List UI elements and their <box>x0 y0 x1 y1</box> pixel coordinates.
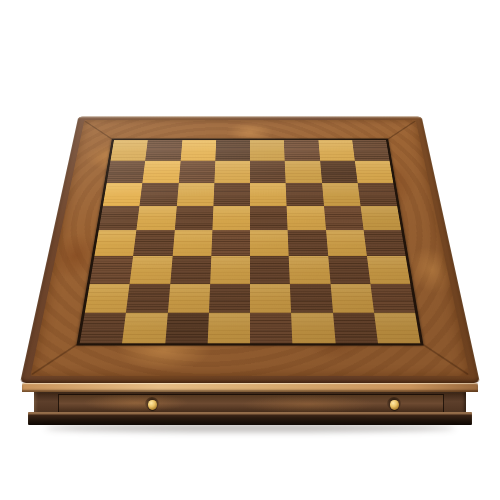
square-f5[interactable] <box>287 206 326 230</box>
square-d4[interactable] <box>211 230 250 256</box>
square-c1[interactable] <box>165 312 209 343</box>
square-e8[interactable] <box>250 140 285 161</box>
drawer-knob-left[interactable] <box>148 400 157 410</box>
square-h2[interactable] <box>370 283 415 312</box>
board-lid <box>20 116 480 383</box>
drawer-knob-right[interactable] <box>390 400 399 410</box>
square-g1[interactable] <box>333 312 378 343</box>
square-b8[interactable] <box>145 140 182 161</box>
miter-seam-top-right <box>384 121 416 142</box>
square-c5[interactable] <box>174 206 213 230</box>
square-g3[interactable] <box>328 256 370 283</box>
square-d5[interactable] <box>212 206 250 230</box>
burl-frame <box>30 120 469 376</box>
square-d8[interactable] <box>215 140 250 161</box>
square-c3[interactable] <box>170 256 211 283</box>
square-c7[interactable] <box>178 161 215 183</box>
square-g5[interactable] <box>324 206 364 230</box>
square-d2[interactable] <box>209 283 250 312</box>
square-a6[interactable] <box>103 183 143 206</box>
square-a4[interactable] <box>94 230 136 256</box>
square-e7[interactable] <box>250 161 286 183</box>
square-h8[interactable] <box>352 140 390 161</box>
square-b1[interactable] <box>122 312 167 343</box>
square-f2[interactable] <box>290 283 333 312</box>
board-groove <box>76 139 423 346</box>
square-b7[interactable] <box>143 161 181 183</box>
case-front <box>34 392 466 413</box>
lid-front-bevel <box>22 383 478 392</box>
square-c4[interactable] <box>172 230 212 256</box>
square-b5[interactable] <box>137 206 177 230</box>
square-f4[interactable] <box>288 230 328 256</box>
square-g2[interactable] <box>330 283 374 312</box>
square-c2[interactable] <box>167 283 210 312</box>
square-f6[interactable] <box>286 183 324 206</box>
square-b6[interactable] <box>140 183 179 206</box>
square-b3[interactable] <box>130 256 172 283</box>
storage-drawer <box>58 394 444 413</box>
square-h1[interactable] <box>374 312 420 343</box>
square-d3[interactable] <box>210 256 250 283</box>
square-e6[interactable] <box>250 183 287 206</box>
square-f7[interactable] <box>285 161 322 183</box>
miter-seam-bottom-right <box>417 341 469 376</box>
square-h5[interactable] <box>360 206 401 230</box>
square-d7[interactable] <box>214 161 250 183</box>
square-g4[interactable] <box>326 230 367 256</box>
square-e4[interactable] <box>250 230 289 256</box>
square-a7[interactable] <box>107 161 146 183</box>
square-e2[interactable] <box>250 283 291 312</box>
square-f3[interactable] <box>289 256 330 283</box>
square-h4[interactable] <box>363 230 405 256</box>
drop-shadow <box>45 424 455 432</box>
square-e3[interactable] <box>250 256 290 283</box>
square-c8[interactable] <box>180 140 216 161</box>
board-grid <box>80 140 421 343</box>
square-a1[interactable] <box>80 312 126 343</box>
square-g8[interactable] <box>318 140 355 161</box>
square-e1[interactable] <box>250 312 293 343</box>
square-d1[interactable] <box>207 312 250 343</box>
square-b2[interactable] <box>126 283 170 312</box>
miter-seam-bottom-left <box>31 341 83 376</box>
square-b4[interactable] <box>133 230 174 256</box>
square-f8[interactable] <box>284 140 320 161</box>
square-a8[interactable] <box>110 140 148 161</box>
square-g7[interactable] <box>320 161 358 183</box>
square-h3[interactable] <box>367 256 411 283</box>
square-d6[interactable] <box>213 183 250 206</box>
square-g6[interactable] <box>322 183 361 206</box>
square-f1[interactable] <box>291 312 335 343</box>
square-h6[interactable] <box>357 183 397 206</box>
square-c6[interactable] <box>176 183 214 206</box>
chess-case-photo <box>0 0 500 500</box>
square-e5[interactable] <box>250 206 288 230</box>
square-a3[interactable] <box>90 256 134 283</box>
square-a2[interactable] <box>85 283 130 312</box>
square-h7[interactable] <box>355 161 394 183</box>
square-a5[interactable] <box>99 206 140 230</box>
